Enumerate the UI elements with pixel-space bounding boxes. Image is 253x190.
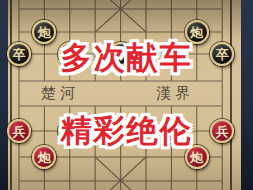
xiangqi-video-frame: 楚河 漢界 炮炮卒卒卒卒卒兵兵兵兵兵炮炮 多次献车 精彩绝伦	[0, 0, 253, 190]
caption-top: 多次献车	[0, 39, 253, 77]
pieces-layer: 炮炮卒卒卒卒卒兵兵兵兵兵炮炮	[0, 0, 253, 190]
caption-bottom: 精彩绝伦	[0, 112, 253, 150]
